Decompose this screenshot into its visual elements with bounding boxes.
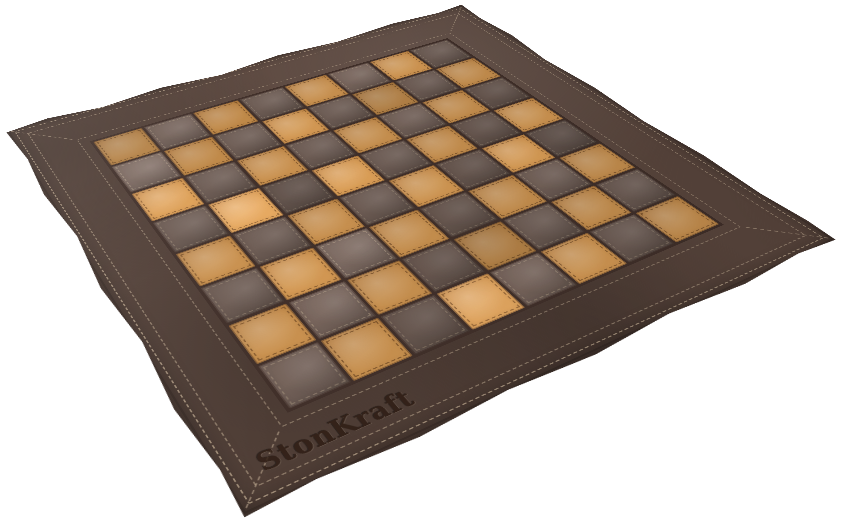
board-squares [90, 38, 724, 413]
corner-seam [450, 7, 461, 31]
product-photo: StonKraft [0, 0, 850, 531]
corner-seam [746, 227, 828, 239]
corner-seam [11, 131, 73, 140]
leather-chessboard-mat: StonKraft [3, 4, 840, 520]
